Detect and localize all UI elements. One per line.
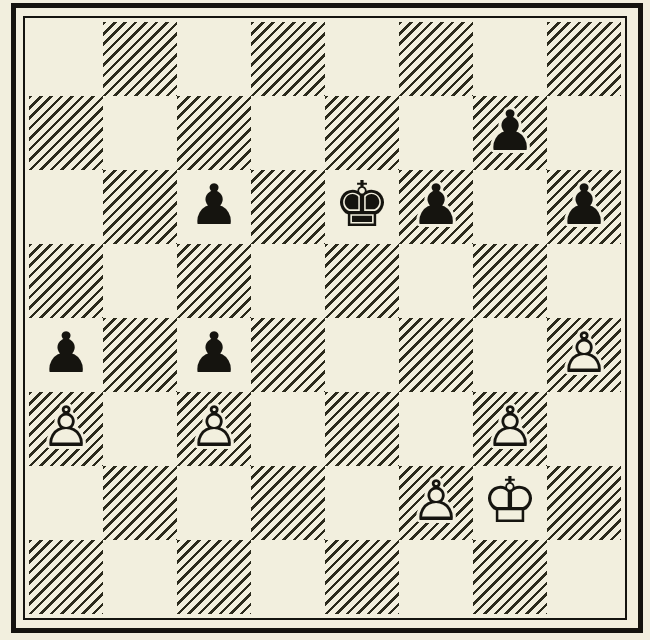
square-h2 <box>547 466 621 540</box>
white-pawn-f2: ♟♙ <box>399 466 473 540</box>
square-f7 <box>399 96 473 170</box>
square-b6 <box>103 170 177 244</box>
square-c3: ♟♙ <box>177 392 251 466</box>
square-e7 <box>325 96 399 170</box>
square-c5 <box>177 244 251 318</box>
black-pawn-icon: ♟ <box>189 325 239 381</box>
square-g2: ♚♔ <box>473 466 547 540</box>
white-pawn-icon: ♙ <box>41 399 91 455</box>
square-d3 <box>251 392 325 466</box>
square-d6 <box>251 170 325 244</box>
square-f3 <box>399 392 473 466</box>
square-b5 <box>103 244 177 318</box>
square-e2 <box>325 466 399 540</box>
black-pawn-g7: ♟♟ <box>473 96 547 170</box>
square-g3: ♟♙ <box>473 392 547 466</box>
square-a6 <box>29 170 103 244</box>
square-b3 <box>103 392 177 466</box>
square-f8 <box>399 22 473 96</box>
square-f1 <box>399 540 473 614</box>
square-a4: ♟♟ <box>29 318 103 392</box>
square-a8 <box>29 22 103 96</box>
square-a3: ♟♙ <box>29 392 103 466</box>
white-king-icon: ♔ <box>482 469 538 532</box>
white-pawn-icon: ♙ <box>411 473 461 529</box>
square-g4 <box>473 318 547 392</box>
black-pawn-icon: ♟ <box>411 177 461 233</box>
white-pawn-icon: ♙ <box>189 399 239 455</box>
square-h3 <box>547 392 621 466</box>
square-a7 <box>29 96 103 170</box>
square-f5 <box>399 244 473 318</box>
square-e1 <box>325 540 399 614</box>
square-c2 <box>177 466 251 540</box>
black-pawn-icon: ♟ <box>189 177 239 233</box>
square-h7 <box>547 96 621 170</box>
square-f4 <box>399 318 473 392</box>
square-e8 <box>325 22 399 96</box>
square-f6: ♟♟ <box>399 170 473 244</box>
square-f2: ♟♙ <box>399 466 473 540</box>
square-d8 <box>251 22 325 96</box>
black-pawn-h6: ♟♟ <box>547 170 621 244</box>
black-pawn-c6: ♟♟ <box>177 170 251 244</box>
square-h5 <box>547 244 621 318</box>
square-c8 <box>177 22 251 96</box>
square-e6: ♚♚ <box>325 170 399 244</box>
square-d5 <box>251 244 325 318</box>
black-king-icon: ♚ <box>334 173 390 236</box>
white-pawn-c3: ♟♙ <box>177 392 251 466</box>
square-d1 <box>251 540 325 614</box>
square-d7 <box>251 96 325 170</box>
white-pawn-a3: ♟♙ <box>29 392 103 466</box>
square-h4: ♟♙ <box>547 318 621 392</box>
square-c6: ♟♟ <box>177 170 251 244</box>
white-pawn-icon: ♙ <box>485 399 535 455</box>
square-e3 <box>325 392 399 466</box>
black-pawn-a4: ♟♟ <box>29 318 103 392</box>
square-c4: ♟♟ <box>177 318 251 392</box>
square-b4 <box>103 318 177 392</box>
square-h6: ♟♟ <box>547 170 621 244</box>
white-pawn-h4: ♟♙ <box>547 318 621 392</box>
square-b2 <box>103 466 177 540</box>
square-e4 <box>325 318 399 392</box>
square-g7: ♟♟ <box>473 96 547 170</box>
black-king-e6: ♚♚ <box>325 170 399 244</box>
white-pawn-icon: ♙ <box>559 325 609 381</box>
square-h1 <box>547 540 621 614</box>
chess-board: ♟♟♟♟♚♚♟♟♟♟♟♟♟♟♟♙♟♙♟♙♟♙♟♙♚♔ <box>29 22 621 614</box>
white-pawn-g3: ♟♙ <box>473 392 547 466</box>
square-c1 <box>177 540 251 614</box>
black-pawn-c4: ♟♟ <box>177 318 251 392</box>
black-pawn-f6: ♟♟ <box>399 170 473 244</box>
white-king-g2: ♚♔ <box>473 466 547 540</box>
square-d4 <box>251 318 325 392</box>
square-a1 <box>29 540 103 614</box>
board-inner-frame: ♟♟♟♟♚♚♟♟♟♟♟♟♟♟♟♙♟♙♟♙♟♙♟♙♚♔ <box>23 16 627 620</box>
square-b7 <box>103 96 177 170</box>
square-c7 <box>177 96 251 170</box>
black-pawn-icon: ♟ <box>559 177 609 233</box>
square-e5 <box>325 244 399 318</box>
square-g1 <box>473 540 547 614</box>
black-pawn-icon: ♟ <box>485 103 535 159</box>
square-g5 <box>473 244 547 318</box>
square-a5 <box>29 244 103 318</box>
square-d2 <box>251 466 325 540</box>
black-pawn-icon: ♟ <box>41 325 91 381</box>
square-b8 <box>103 22 177 96</box>
square-h8 <box>547 22 621 96</box>
square-g6 <box>473 170 547 244</box>
square-b1 <box>103 540 177 614</box>
square-a2 <box>29 466 103 540</box>
square-g8 <box>473 22 547 96</box>
